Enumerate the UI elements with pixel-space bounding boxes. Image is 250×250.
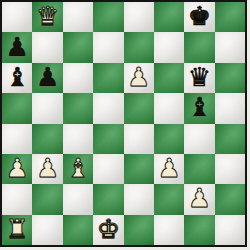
square-a3[interactable]: ♟ — [2, 154, 32, 184]
square-f6[interactable] — [154, 63, 184, 93]
square-d5[interactable] — [93, 93, 123, 123]
piece-white-rook[interactable]: ♜ — [6, 216, 29, 242]
square-d8[interactable] — [93, 2, 123, 32]
piece-white-king[interactable]: ♚ — [97, 216, 120, 242]
square-g8[interactable]: ♚ — [184, 2, 214, 32]
square-c7[interactable] — [63, 32, 93, 62]
piece-white-pawn[interactable]: ♟ — [6, 155, 29, 181]
square-c2[interactable] — [63, 184, 93, 214]
square-g2[interactable]: ♟ — [184, 184, 214, 214]
square-e7[interactable] — [124, 32, 154, 62]
square-d7[interactable] — [93, 32, 123, 62]
board-frame: ♛♚♟♝♟♟♛♝♟♟♝♟♟♜♚ — [0, 0, 250, 250]
piece-black-bishop[interactable]: ♝ — [188, 94, 211, 120]
square-d1[interactable]: ♚ — [93, 215, 123, 245]
square-a5[interactable] — [2, 93, 32, 123]
square-b5[interactable] — [32, 93, 62, 123]
square-h2[interactable] — [215, 184, 245, 214]
square-b4[interactable] — [32, 124, 62, 154]
square-f7[interactable] — [154, 32, 184, 62]
square-b6[interactable]: ♟ — [32, 63, 62, 93]
square-h3[interactable] — [215, 154, 245, 184]
square-e1[interactable] — [124, 215, 154, 245]
square-f5[interactable] — [154, 93, 184, 123]
square-d3[interactable] — [93, 154, 123, 184]
square-g1[interactable] — [184, 215, 214, 245]
square-b7[interactable] — [32, 32, 62, 62]
square-g4[interactable] — [184, 124, 214, 154]
square-a2[interactable] — [2, 184, 32, 214]
square-g3[interactable] — [184, 154, 214, 184]
square-h4[interactable] — [215, 124, 245, 154]
piece-white-pawn[interactable]: ♟ — [188, 185, 211, 211]
piece-black-king[interactable]: ♚ — [188, 3, 211, 29]
square-h5[interactable] — [215, 93, 245, 123]
piece-black-pawn[interactable]: ♟ — [6, 34, 29, 60]
chess-board: ♛♚♟♝♟♟♛♝♟♟♝♟♟♜♚ — [0, 0, 247, 247]
square-f4[interactable] — [154, 124, 184, 154]
square-c1[interactable] — [63, 215, 93, 245]
piece-white-queen[interactable]: ♛ — [36, 3, 59, 29]
square-b3[interactable]: ♟ — [32, 154, 62, 184]
square-e2[interactable] — [124, 184, 154, 214]
piece-black-pawn[interactable]: ♟ — [36, 64, 59, 90]
square-g5[interactable]: ♝ — [184, 93, 214, 123]
square-b8[interactable]: ♛ — [32, 2, 62, 32]
square-f2[interactable] — [154, 184, 184, 214]
square-a4[interactable] — [2, 124, 32, 154]
square-c5[interactable] — [63, 93, 93, 123]
square-d6[interactable] — [93, 63, 123, 93]
square-a1[interactable]: ♜ — [2, 215, 32, 245]
square-f3[interactable]: ♟ — [154, 154, 184, 184]
square-h1[interactable] — [215, 215, 245, 245]
piece-white-pawn[interactable]: ♟ — [36, 155, 59, 181]
square-h6[interactable] — [215, 63, 245, 93]
square-d2[interactable] — [93, 184, 123, 214]
square-e8[interactable] — [124, 2, 154, 32]
square-g6[interactable]: ♛ — [184, 63, 214, 93]
square-c3[interactable]: ♝ — [63, 154, 93, 184]
square-b1[interactable] — [32, 215, 62, 245]
square-d4[interactable] — [93, 124, 123, 154]
square-e6[interactable]: ♟ — [124, 63, 154, 93]
square-a6[interactable]: ♝ — [2, 63, 32, 93]
square-a7[interactable]: ♟ — [2, 32, 32, 62]
piece-black-bishop[interactable]: ♝ — [6, 64, 29, 90]
piece-white-pawn[interactable]: ♟ — [157, 155, 180, 181]
square-c6[interactable] — [63, 63, 93, 93]
square-g7[interactable] — [184, 32, 214, 62]
square-b2[interactable] — [32, 184, 62, 214]
piece-white-pawn[interactable]: ♟ — [127, 64, 150, 90]
piece-white-bishop[interactable]: ♝ — [66, 155, 89, 181]
square-h7[interactable] — [215, 32, 245, 62]
square-c4[interactable] — [63, 124, 93, 154]
square-e5[interactable] — [124, 93, 154, 123]
square-a8[interactable] — [2, 2, 32, 32]
square-h8[interactable] — [215, 2, 245, 32]
square-e3[interactable] — [124, 154, 154, 184]
square-c8[interactable] — [63, 2, 93, 32]
square-e4[interactable] — [124, 124, 154, 154]
piece-black-queen[interactable]: ♛ — [188, 64, 211, 90]
square-f1[interactable] — [154, 215, 184, 245]
square-f8[interactable] — [154, 2, 184, 32]
